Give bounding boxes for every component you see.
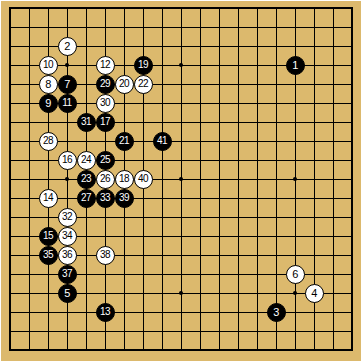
stone-black-3: 3 [267,303,286,322]
stone-black-7: 7 [58,75,77,94]
stone-white-38: 38 [96,246,115,265]
stone-black-33: 33 [96,189,115,208]
stone-white-10: 10 [39,56,58,75]
stone-white-28: 28 [39,132,58,151]
stone-white-8: 8 [39,75,58,94]
stone-black-19: 19 [134,56,153,75]
stone-white-16: 16 [58,151,77,170]
stone-white-32: 32 [58,208,77,227]
stone-black-29: 29 [96,75,115,94]
stone-white-22: 22 [134,75,153,94]
star-point [65,63,69,67]
stone-black-31: 31 [77,113,96,132]
stone-black-39: 39 [115,189,134,208]
stone-white-24: 24 [77,151,96,170]
star-point [293,291,297,295]
stone-black-13: 13 [96,303,115,322]
stone-black-17: 17 [96,113,115,132]
stone-black-21: 21 [115,132,134,151]
stone-white-34: 34 [58,227,77,246]
star-point [65,177,69,181]
stone-black-27: 27 [77,189,96,208]
stone-white-14: 14 [39,189,58,208]
star-point [179,291,183,295]
stone-white-4: 4 [305,284,324,303]
stone-white-2: 2 [58,37,77,56]
stone-black-1: 1 [286,56,305,75]
stone-white-26: 26 [96,170,115,189]
stone-black-35: 35 [39,246,58,265]
stone-black-37: 37 [58,265,77,284]
stone-black-11: 11 [58,94,77,113]
stone-black-41: 41 [153,132,172,151]
stone-white-12: 12 [96,56,115,75]
stone-black-23: 23 [77,170,96,189]
stone-white-36: 36 [58,246,77,265]
stone-black-9: 9 [39,94,58,113]
go-board-grid: 1234567891011121314151617181920212223242… [1,0,361,360]
stone-black-15: 15 [39,227,58,246]
stone-white-20: 20 [115,75,134,94]
stone-white-6: 6 [286,265,305,284]
go-board[interactable]: 1234567891011121314151617181920212223242… [1,1,361,361]
stone-white-40: 40 [134,170,153,189]
star-point [179,177,183,181]
stone-black-5: 5 [58,284,77,303]
stone-white-18: 18 [115,170,134,189]
stone-white-30: 30 [96,94,115,113]
star-point [293,177,297,181]
stone-black-25: 25 [96,151,115,170]
star-point [179,63,183,67]
